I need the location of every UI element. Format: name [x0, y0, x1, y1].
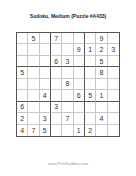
cell-r3c1[interactable] — [17, 56, 28, 67]
cell-r6c7[interactable]: 5 — [85, 90, 96, 101]
sudoku-grid: 5799123635588465163237447512 — [16, 32, 120, 137]
cell-r7c8[interactable] — [96, 102, 107, 113]
cell-r7c7[interactable] — [85, 102, 96, 113]
cell-r3c6[interactable] — [74, 56, 85, 67]
cell-r4c1[interactable]: 5 — [17, 67, 28, 78]
cell-r4c6[interactable] — [74, 67, 85, 78]
cell-r4c9[interactable] — [108, 67, 119, 78]
cell-r5c5[interactable]: 8 — [62, 79, 73, 90]
cell-r1c9[interactable] — [108, 33, 119, 44]
cell-r5c7[interactable] — [85, 79, 96, 90]
cell-r6c1[interactable] — [17, 90, 28, 101]
cell-r7c1[interactable]: 6 — [17, 102, 28, 113]
cell-r4c8[interactable]: 8 — [96, 67, 107, 78]
cell-r9c5[interactable] — [62, 125, 73, 136]
cell-r4c7[interactable] — [85, 67, 96, 78]
cell-r7c5[interactable] — [62, 102, 73, 113]
cell-r6c4[interactable] — [51, 90, 62, 101]
cell-r3c7[interactable] — [85, 56, 96, 67]
cell-r8c8[interactable]: 4 — [96, 113, 107, 124]
cell-r1c5[interactable] — [62, 33, 73, 44]
cell-r1c7[interactable] — [85, 33, 96, 44]
cell-r7c6[interactable] — [74, 102, 85, 113]
cell-r7c9[interactable] — [108, 102, 119, 113]
cell-r8c2[interactable] — [28, 113, 39, 124]
sudoku-page: Sudoku, Medium (Puzzle #A433) 5799123635… — [0, 0, 136, 176]
cell-r2c2[interactable] — [28, 44, 39, 55]
cell-r6c8[interactable]: 1 — [96, 90, 107, 101]
cell-r2c7[interactable]: 1 — [85, 44, 96, 55]
cell-r5c6[interactable] — [74, 79, 85, 90]
cell-r2c5[interactable] — [62, 44, 73, 55]
cell-r2c8[interactable]: 2 — [96, 44, 107, 55]
cell-r6c5[interactable] — [62, 90, 73, 101]
cell-r9c7[interactable]: 2 — [85, 125, 96, 136]
cell-r1c2[interactable]: 5 — [28, 33, 39, 44]
cell-r8c9[interactable] — [108, 113, 119, 124]
cell-r3c5[interactable]: 3 — [62, 56, 73, 67]
cell-r9c1[interactable]: 4 — [17, 125, 28, 136]
cell-r3c3[interactable] — [40, 56, 51, 67]
cell-r6c3[interactable]: 4 — [40, 90, 51, 101]
cell-r7c2[interactable] — [28, 102, 39, 113]
cell-r2c9[interactable]: 3 — [108, 44, 119, 55]
cell-r5c1[interactable] — [17, 79, 28, 90]
cell-r5c8[interactable] — [96, 79, 107, 90]
cell-r6c6[interactable]: 6 — [74, 90, 85, 101]
cell-r6c9[interactable] — [108, 90, 119, 101]
cell-r5c4[interactable] — [51, 79, 62, 90]
cell-r5c2[interactable] — [28, 79, 39, 90]
footer-url: www.PrintSudoku.com — [0, 161, 136, 166]
cell-r9c6[interactable]: 1 — [74, 125, 85, 136]
cell-r7c4[interactable]: 3 — [51, 102, 62, 113]
cell-r9c4[interactable] — [51, 125, 62, 136]
cell-r9c3[interactable]: 5 — [40, 125, 51, 136]
cell-r7c3[interactable] — [40, 102, 51, 113]
cell-r1c4[interactable]: 7 — [51, 33, 62, 44]
cell-r5c9[interactable] — [108, 79, 119, 90]
cell-r8c6[interactable] — [74, 113, 85, 124]
cell-r8c4[interactable] — [51, 113, 62, 124]
cell-r4c5[interactable] — [62, 67, 73, 78]
cell-r3c8[interactable]: 5 — [96, 56, 107, 67]
cell-r3c4[interactable]: 6 — [51, 56, 62, 67]
cell-r3c2[interactable] — [28, 56, 39, 67]
cell-r1c6[interactable] — [74, 33, 85, 44]
cell-r8c5[interactable]: 7 — [62, 113, 73, 124]
cell-r9c9[interactable] — [108, 125, 119, 136]
cell-r8c7[interactable] — [85, 113, 96, 124]
cell-r4c3[interactable] — [40, 67, 51, 78]
page-title: Sudoku, Medium (Puzzle #A433) — [0, 13, 136, 19]
cell-r8c3[interactable]: 3 — [40, 113, 51, 124]
cell-r2c4[interactable] — [51, 44, 62, 55]
cell-r8c1[interactable]: 2 — [17, 113, 28, 124]
cell-r2c3[interactable] — [40, 44, 51, 55]
cell-r4c4[interactable] — [51, 67, 62, 78]
cell-r2c6[interactable]: 9 — [74, 44, 85, 55]
cell-r1c8[interactable]: 9 — [96, 33, 107, 44]
cell-r6c2[interactable] — [28, 90, 39, 101]
cell-r1c1[interactable] — [17, 33, 28, 44]
cell-r3c9[interactable] — [108, 56, 119, 67]
cell-r1c3[interactable] — [40, 33, 51, 44]
cell-r2c1[interactable] — [17, 44, 28, 55]
cell-r4c2[interactable] — [28, 67, 39, 78]
cell-r9c8[interactable] — [96, 125, 107, 136]
cell-r9c2[interactable]: 7 — [28, 125, 39, 136]
cell-r5c3[interactable] — [40, 79, 51, 90]
